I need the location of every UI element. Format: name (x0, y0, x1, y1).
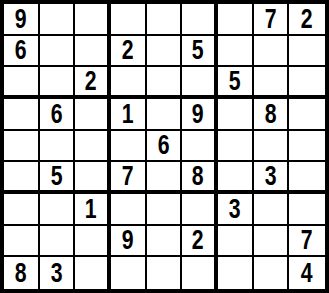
cell-r3c4[interactable] (111, 67, 147, 99)
cell-r5c8[interactable] (254, 131, 290, 163)
cell-r1c4[interactable] (111, 4, 147, 36)
given-digit: 2 (192, 226, 204, 254)
cell-r2c2[interactable] (40, 36, 76, 68)
cell-r5c6[interactable] (182, 131, 218, 163)
cell-r4c3[interactable] (75, 99, 111, 131)
cell-r3c3: 2 (75, 67, 111, 99)
cell-r8c2[interactable] (40, 226, 76, 258)
cell-r7c8[interactable] (254, 194, 290, 226)
given-digit: 8 (192, 162, 204, 190)
cell-r6c5[interactable] (147, 162, 183, 194)
cell-r1c2[interactable] (40, 4, 76, 36)
cell-r9c5[interactable] (147, 257, 183, 289)
cell-r6c6: 8 (182, 162, 218, 194)
cell-r6c9[interactable] (289, 162, 325, 194)
given-digit: 9 (122, 226, 134, 254)
cell-r8c3[interactable] (75, 226, 111, 258)
cell-r4c1[interactable] (4, 99, 40, 131)
cell-r9c2: 3 (40, 257, 76, 289)
cell-r2c8[interactable] (254, 36, 290, 68)
cell-r7c3: 1 (75, 194, 111, 226)
cell-r2c7[interactable] (218, 36, 254, 68)
cell-r2c9[interactable] (289, 36, 325, 68)
cell-r7c9[interactable] (289, 194, 325, 226)
cell-r6c8: 3 (254, 162, 290, 194)
cell-r5c2[interactable] (40, 131, 76, 163)
cell-r5c5: 6 (147, 131, 183, 163)
cell-r5c7[interactable] (218, 131, 254, 163)
cell-r4c7[interactable] (218, 99, 254, 131)
given-digit: 6 (51, 100, 63, 128)
cell-r1c9: 2 (289, 4, 325, 36)
cell-r7c6[interactable] (182, 194, 218, 226)
cell-r4c4: 1 (111, 99, 147, 131)
given-digit: 7 (265, 5, 277, 33)
cell-r7c4[interactable] (111, 194, 147, 226)
given-digit: 5 (51, 162, 63, 190)
cell-r5c9[interactable] (289, 131, 325, 163)
cell-r8c5[interactable] (147, 226, 183, 258)
cell-r7c7: 3 (218, 194, 254, 226)
cell-r3c5[interactable] (147, 67, 183, 99)
cell-r1c5[interactable] (147, 4, 183, 36)
given-digit: 6 (158, 131, 170, 159)
cell-r1c8: 7 (254, 4, 290, 36)
cell-r9c4[interactable] (111, 257, 147, 289)
cell-r5c1[interactable] (4, 131, 40, 163)
cell-r8c8[interactable] (254, 226, 290, 258)
cell-r4c6: 9 (182, 99, 218, 131)
given-digit: 2 (85, 67, 97, 95)
cell-r5c4[interactable] (111, 131, 147, 163)
cell-r3c9[interactable] (289, 67, 325, 99)
cell-r9c8[interactable] (254, 257, 290, 289)
cell-r6c3[interactable] (75, 162, 111, 194)
cell-r1c6[interactable] (182, 4, 218, 36)
cell-r9c9: 4 (289, 257, 325, 289)
cell-r7c5[interactable] (147, 194, 183, 226)
given-digit: 2 (301, 5, 313, 33)
given-digit: 3 (51, 259, 63, 287)
cell-r2c1: 6 (4, 36, 40, 68)
cell-r9c3[interactable] (75, 257, 111, 289)
given-digit: 8 (15, 259, 27, 287)
given-digit: 6 (15, 36, 27, 64)
cell-r1c7[interactable] (218, 4, 254, 36)
cell-r7c1[interactable] (4, 194, 40, 226)
cell-r7c2[interactable] (40, 194, 76, 226)
cell-r6c7[interactable] (218, 162, 254, 194)
cell-r3c7: 5 (218, 67, 254, 99)
cell-r9c1: 8 (4, 257, 40, 289)
cell-r9c7[interactable] (218, 257, 254, 289)
given-digit: 5 (229, 67, 241, 95)
given-digit: 9 (192, 100, 204, 128)
cell-r5c3[interactable] (75, 131, 111, 163)
given-digit: 8 (265, 100, 277, 128)
cell-r4c9[interactable] (289, 99, 325, 131)
given-digit: 7 (122, 162, 134, 190)
cell-r8c9: 7 (289, 226, 325, 258)
given-digit: 1 (122, 100, 134, 128)
cell-r3c8[interactable] (254, 67, 290, 99)
cell-r3c2[interactable] (40, 67, 76, 99)
cell-r3c6[interactable] (182, 67, 218, 99)
given-digit: 2 (122, 36, 134, 64)
cell-r6c1[interactable] (4, 162, 40, 194)
given-digit: 3 (229, 195, 241, 223)
cell-r8c4: 9 (111, 226, 147, 258)
cell-r2c6: 5 (182, 36, 218, 68)
cell-r8c7[interactable] (218, 226, 254, 258)
cell-r2c5[interactable] (147, 36, 183, 68)
cell-r8c1[interactable] (4, 226, 40, 258)
given-digit: 9 (15, 5, 27, 33)
given-digit: 4 (301, 259, 313, 287)
cell-r3c1[interactable] (4, 67, 40, 99)
cell-r4c2: 6 (40, 99, 76, 131)
cell-r1c3[interactable] (75, 4, 111, 36)
given-digit: 3 (265, 162, 277, 190)
cell-r8c6: 2 (182, 226, 218, 258)
given-digit: 5 (192, 36, 204, 64)
cell-r2c3[interactable] (75, 36, 111, 68)
cell-r6c4: 7 (111, 162, 147, 194)
cell-r1c1: 9 (4, 4, 40, 36)
cell-r4c8: 8 (254, 99, 290, 131)
cell-r6c2: 5 (40, 162, 76, 194)
given-digit: 7 (301, 226, 313, 254)
cell-r9c6[interactable] (182, 257, 218, 289)
given-digit: 1 (85, 195, 97, 223)
cell-r2c4: 2 (111, 36, 147, 68)
sudoku-board: 9726252561986578313927834 (0, 0, 329, 293)
cell-r4c5[interactable] (147, 99, 183, 131)
